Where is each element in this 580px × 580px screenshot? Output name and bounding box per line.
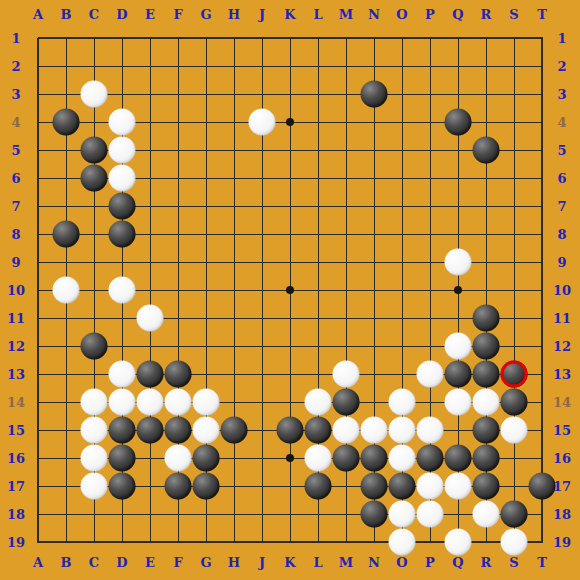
column-label-top: P	[425, 8, 435, 21]
white-stone	[81, 417, 108, 444]
grid-line-horizontal	[38, 318, 543, 319]
column-label-top: N	[368, 8, 380, 21]
black-stone	[473, 333, 500, 360]
white-stone	[109, 389, 136, 416]
column-label-bottom: K	[284, 556, 295, 569]
white-stone	[417, 361, 444, 388]
column-label-bottom: G	[200, 556, 211, 569]
row-label-left: 12	[7, 340, 25, 353]
white-stone	[389, 501, 416, 528]
black-stone	[137, 417, 164, 444]
black-stone	[473, 445, 500, 472]
row-label-right: 11	[553, 312, 571, 325]
column-label-top: F	[173, 8, 182, 21]
white-stone	[417, 473, 444, 500]
column-label-top: A	[33, 8, 43, 21]
black-stone	[193, 445, 220, 472]
column-label-bottom: B	[61, 556, 72, 569]
row-label-right: 10	[553, 284, 571, 297]
row-label-left: 1	[11, 32, 20, 45]
white-stone	[137, 305, 164, 332]
row-label-right: 13	[553, 368, 571, 381]
black-stone	[109, 221, 136, 248]
row-label-left: 6	[11, 172, 20, 185]
white-stone	[165, 445, 192, 472]
white-stone	[81, 445, 108, 472]
row-label-left: 17	[7, 480, 25, 493]
row-label-right: 15	[553, 424, 571, 437]
column-label-top: C	[89, 8, 99, 21]
last-move-marker	[501, 361, 528, 388]
column-label-bottom: T	[537, 556, 547, 569]
black-stone	[165, 361, 192, 388]
column-label-bottom: H	[228, 556, 240, 569]
star-point	[286, 286, 294, 294]
black-stone	[165, 473, 192, 500]
row-label-right: 5	[557, 144, 566, 157]
white-stone	[445, 333, 472, 360]
column-label-top: S	[509, 8, 518, 21]
black-stone	[445, 109, 472, 136]
column-label-bottom: Q	[452, 556, 463, 569]
column-label-bottom: E	[145, 556, 155, 569]
column-label-bottom: P	[425, 556, 435, 569]
row-label-right: 12	[553, 340, 571, 353]
white-stone	[473, 389, 500, 416]
row-label-right: 2	[557, 60, 566, 73]
row-label-left: 15	[7, 424, 25, 437]
white-stone	[445, 473, 472, 500]
column-label-top: D	[116, 8, 127, 21]
row-label-right: 8	[557, 228, 566, 241]
star-point	[286, 454, 294, 462]
row-label-right: 17	[553, 480, 571, 493]
white-stone	[109, 109, 136, 136]
white-stone	[445, 249, 472, 276]
row-label-left: 8	[11, 228, 20, 241]
row-label-right: 3	[557, 88, 566, 101]
star-point	[286, 118, 294, 126]
row-label-right: 19	[553, 536, 571, 549]
star-point	[454, 286, 462, 294]
column-label-bottom: S	[509, 556, 518, 569]
column-label-bottom: A	[33, 556, 43, 569]
black-stone	[305, 417, 332, 444]
black-stone	[53, 221, 80, 248]
black-stone	[137, 361, 164, 388]
column-label-bottom: J	[259, 556, 265, 569]
row-label-left: 19	[7, 536, 25, 549]
go-board[interactable]: AABBCCDDEEFFGGHHJJKKLLMMNNOOPPQQRRSSTT11…	[0, 0, 580, 580]
column-label-bottom: R	[481, 556, 492, 569]
black-stone	[473, 137, 500, 164]
row-label-right: 4	[557, 116, 566, 129]
row-label-right: 18	[553, 508, 571, 521]
white-stone	[445, 389, 472, 416]
black-stone	[109, 417, 136, 444]
black-stone	[165, 417, 192, 444]
row-label-right: 1	[557, 32, 566, 45]
column-label-bottom: F	[173, 556, 182, 569]
black-stone	[473, 473, 500, 500]
column-label-bottom: C	[89, 556, 99, 569]
white-stone	[109, 277, 136, 304]
black-stone	[109, 445, 136, 472]
white-stone	[389, 417, 416, 444]
black-stone	[221, 417, 248, 444]
black-stone	[361, 501, 388, 528]
white-stone	[417, 501, 444, 528]
white-stone	[361, 417, 388, 444]
row-label-left: 10	[7, 284, 25, 297]
black-stone	[305, 473, 332, 500]
white-stone	[333, 361, 360, 388]
white-stone	[109, 361, 136, 388]
black-stone	[445, 361, 472, 388]
row-label-right: 9	[557, 256, 566, 269]
black-stone	[473, 361, 500, 388]
row-label-left: 13	[7, 368, 25, 381]
white-stone	[389, 389, 416, 416]
white-stone	[417, 417, 444, 444]
black-stone	[333, 445, 360, 472]
white-stone	[137, 389, 164, 416]
row-label-left: 16	[7, 452, 25, 465]
black-stone	[193, 473, 220, 500]
white-stone	[165, 389, 192, 416]
row-label-right: 16	[553, 452, 571, 465]
black-stone	[361, 445, 388, 472]
black-stone	[277, 417, 304, 444]
column-label-top: G	[200, 8, 211, 21]
row-label-left: 11	[7, 312, 25, 325]
row-label-left: 14	[7, 396, 25, 409]
white-stone	[501, 417, 528, 444]
black-stone	[109, 193, 136, 220]
row-label-left: 9	[11, 256, 20, 269]
black-stone	[333, 389, 360, 416]
column-label-top: K	[284, 8, 295, 21]
white-stone	[333, 417, 360, 444]
grid-line-vertical	[541, 38, 543, 543]
row-label-left: 7	[11, 200, 20, 213]
black-stone	[109, 473, 136, 500]
black-stone	[81, 137, 108, 164]
black-stone	[53, 109, 80, 136]
black-stone	[81, 165, 108, 192]
column-label-top: T	[537, 8, 547, 21]
white-stone	[389, 529, 416, 556]
black-stone	[501, 389, 528, 416]
black-stone	[501, 501, 528, 528]
white-stone	[305, 389, 332, 416]
white-stone	[53, 277, 80, 304]
row-label-left: 3	[11, 88, 20, 101]
column-label-top: H	[228, 8, 240, 21]
column-label-top: Q	[452, 8, 463, 21]
column-label-bottom: O	[396, 556, 407, 569]
column-label-top: R	[481, 8, 492, 21]
column-label-bottom: N	[368, 556, 380, 569]
black-stone	[529, 473, 556, 500]
column-label-top: E	[145, 8, 155, 21]
column-label-top: L	[313, 8, 322, 21]
black-stone	[473, 417, 500, 444]
white-stone	[81, 473, 108, 500]
column-label-top: O	[396, 8, 407, 21]
column-label-bottom: D	[116, 556, 127, 569]
black-stone	[361, 473, 388, 500]
black-stone	[389, 473, 416, 500]
column-label-top: B	[61, 8, 72, 21]
black-stone	[361, 81, 388, 108]
row-label-right: 6	[557, 172, 566, 185]
row-label-left: 5	[11, 144, 20, 157]
column-label-top: J	[259, 8, 265, 21]
grid-line-vertical	[514, 38, 515, 543]
white-stone	[473, 501, 500, 528]
white-stone	[81, 81, 108, 108]
black-stone	[81, 333, 108, 360]
white-stone	[81, 389, 108, 416]
column-label-top: M	[339, 8, 353, 21]
white-stone	[109, 165, 136, 192]
white-stone	[249, 109, 276, 136]
white-stone	[389, 445, 416, 472]
white-stone	[305, 445, 332, 472]
row-label-right: 14	[553, 396, 571, 409]
white-stone	[193, 389, 220, 416]
column-label-bottom: L	[313, 556, 322, 569]
column-label-bottom: M	[339, 556, 353, 569]
white-stone	[193, 417, 220, 444]
row-label-left: 2	[11, 60, 20, 73]
white-stone	[501, 529, 528, 556]
row-label-left: 18	[7, 508, 25, 521]
white-stone	[445, 529, 472, 556]
row-label-right: 7	[557, 200, 566, 213]
white-stone	[109, 137, 136, 164]
black-stone	[445, 445, 472, 472]
row-label-left: 4	[11, 116, 20, 129]
black-stone	[417, 445, 444, 472]
black-stone	[473, 305, 500, 332]
grid-line-horizontal	[38, 514, 543, 515]
